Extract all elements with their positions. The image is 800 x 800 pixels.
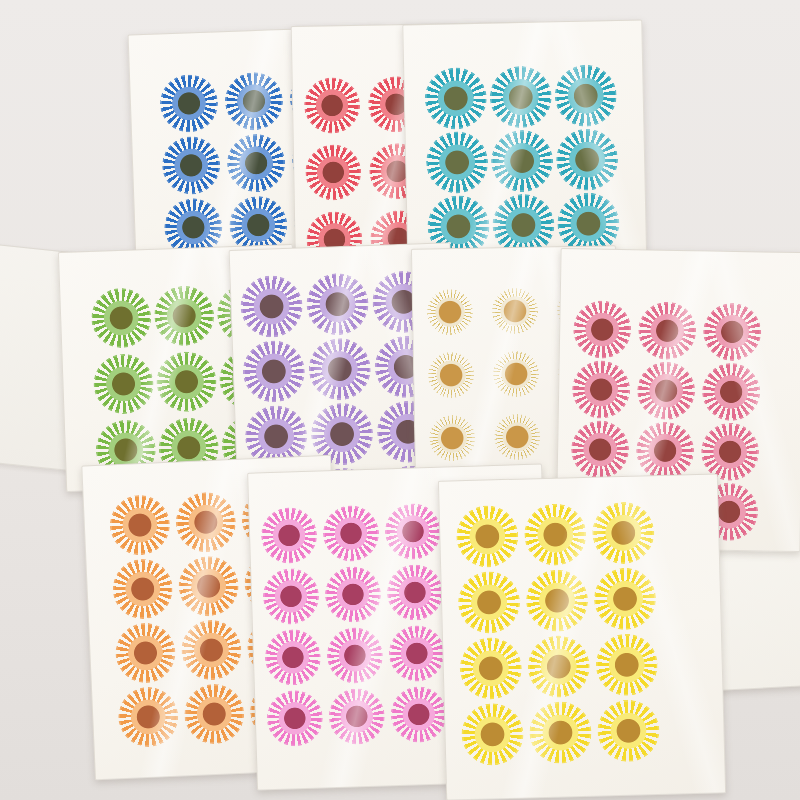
pressed-flower-yellow bbox=[519, 691, 602, 774]
pressed-flower-yellow bbox=[455, 697, 530, 772]
pressed-flower-purple bbox=[298, 265, 377, 344]
pressed-flower-orange bbox=[167, 483, 245, 561]
pressed-flower-rose bbox=[570, 297, 635, 362]
pressed-flower-orange bbox=[184, 684, 245, 745]
pressed-flower-yellow bbox=[585, 687, 672, 774]
pressed-flower-yellow bbox=[594, 633, 659, 698]
pressed-flower-green bbox=[91, 287, 152, 348]
pressed-flower-teal bbox=[543, 53, 629, 139]
pressed-flower-yellow bbox=[523, 630, 595, 702]
pressed-flower-orange bbox=[103, 611, 187, 695]
pressed-flower-teal bbox=[486, 125, 559, 198]
pressed-flower-rose bbox=[635, 299, 699, 363]
pressed-flower-purple bbox=[229, 264, 314, 349]
pressed-flower-blue bbox=[150, 125, 232, 207]
pressed-flower-orange bbox=[112, 681, 184, 753]
pressed-flower-red bbox=[302, 141, 364, 203]
pressed-flower-cream bbox=[426, 411, 479, 464]
pressed-flower-yellow bbox=[450, 628, 532, 710]
pressed-flower-rose bbox=[625, 350, 707, 432]
pressed-flower-orange bbox=[98, 483, 181, 566]
pressed-flower-yellow bbox=[521, 501, 589, 569]
pressed-flower-pink bbox=[318, 678, 395, 755]
pressed-flower-yellow bbox=[447, 560, 531, 644]
pressed-flower-rose bbox=[562, 350, 641, 429]
pressed-flower-rose bbox=[691, 352, 772, 433]
flower-sheet-yellow bbox=[438, 473, 726, 800]
pressed-flower-yellow bbox=[582, 556, 668, 642]
pressed-flower-orange bbox=[111, 558, 174, 621]
pressed-flower-cream bbox=[488, 346, 544, 402]
pressed-flower-purple bbox=[240, 338, 307, 405]
pressed-flower-yellow bbox=[453, 502, 523, 572]
pressed-flower-teal bbox=[414, 56, 498, 140]
pressed-flower-pink bbox=[312, 494, 390, 572]
pressed-flower-green bbox=[82, 342, 166, 426]
pressed-flower-yellow bbox=[584, 494, 662, 572]
pressed-flower-pink bbox=[261, 626, 324, 689]
pressed-flower-teal bbox=[555, 128, 619, 192]
pressed-flower-pink bbox=[253, 558, 329, 634]
pressed-flower-blue bbox=[218, 66, 289, 137]
pressed-flower-cream bbox=[483, 279, 548, 344]
pressed-flower-yellow bbox=[513, 557, 601, 645]
pressed-flower-pink bbox=[255, 679, 334, 758]
pressed-flower-pink bbox=[318, 560, 387, 629]
pressed-flower-blue bbox=[215, 122, 296, 203]
pressed-flower-green bbox=[144, 339, 229, 424]
pressed-flower-pink bbox=[319, 619, 391, 691]
pressed-flower-orange bbox=[169, 608, 253, 692]
pressed-flower-cream bbox=[419, 281, 481, 343]
pressed-flower-pink bbox=[252, 499, 326, 573]
photo-scene bbox=[0, 0, 800, 800]
pressed-flower-red bbox=[294, 67, 370, 143]
pressed-flower-rose bbox=[695, 295, 769, 369]
pressed-flower-green bbox=[149, 280, 220, 351]
pressed-flower-orange bbox=[172, 549, 246, 623]
pressed-flower-pink bbox=[385, 563, 444, 622]
pressed-flower-cream bbox=[420, 344, 482, 406]
pressed-flower-blue bbox=[159, 73, 219, 133]
pressed-flower-teal bbox=[477, 53, 565, 141]
pressed-flower-purple bbox=[301, 330, 379, 408]
pressed-flower-cream bbox=[487, 407, 547, 467]
pressed-flower-teal bbox=[416, 122, 498, 204]
